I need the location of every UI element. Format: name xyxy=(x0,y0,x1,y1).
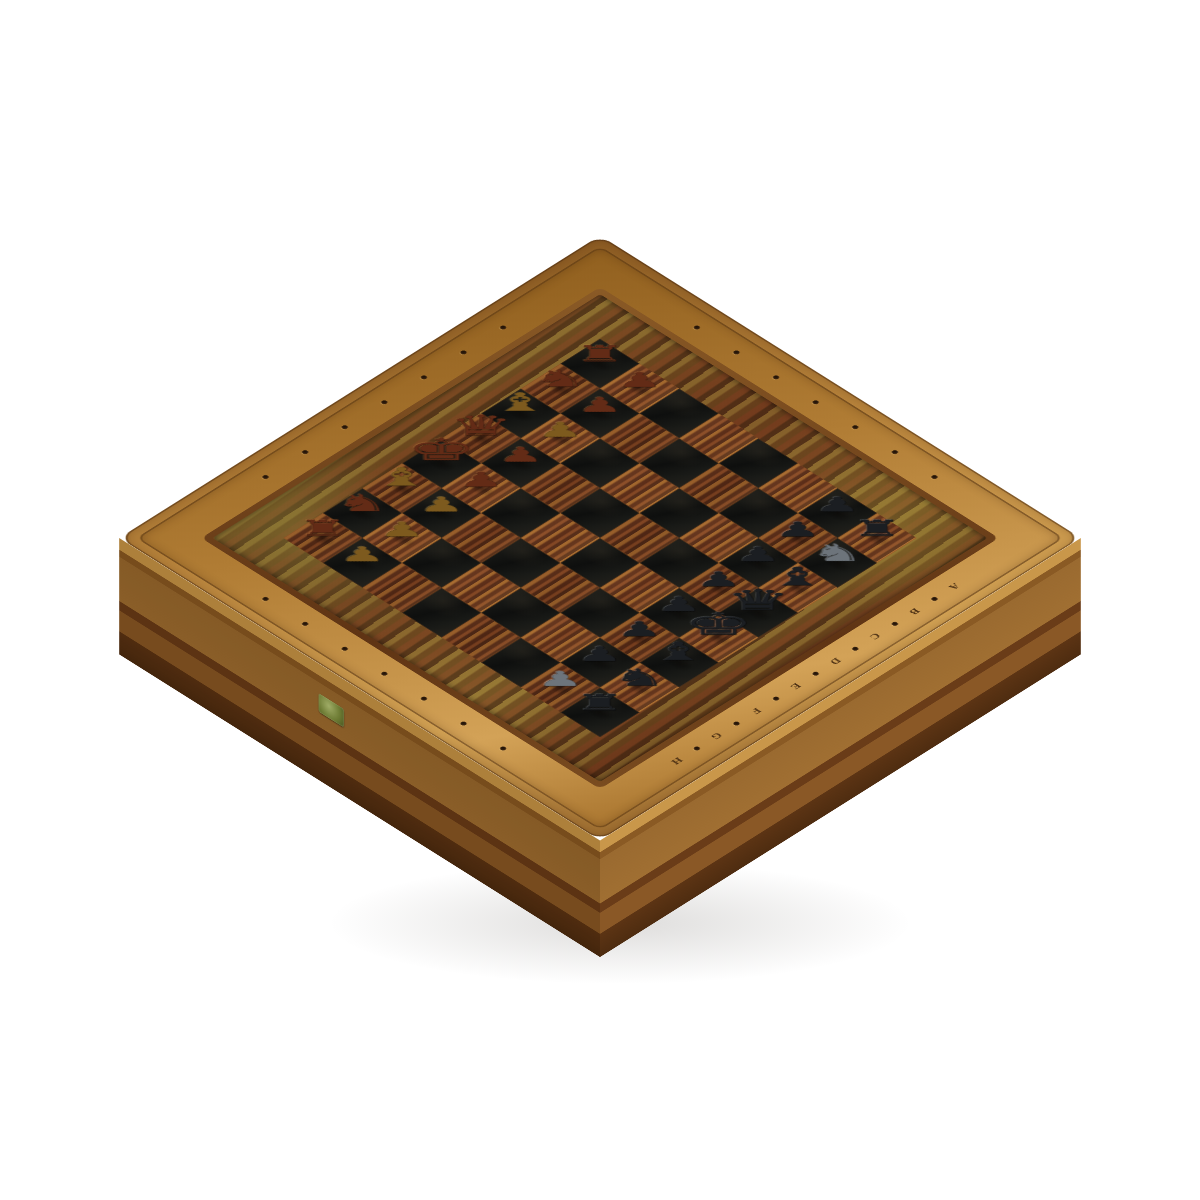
photo-background: ABCDEFGH ♜♞♟♝♟♛♟♚♟♝♟♞♟♟♜♟♟♜♟♟♞♟♝♟♛♟♚♟♝♟♞… xyxy=(0,0,1200,1200)
board-square-e7 xyxy=(640,588,719,638)
peg-hole xyxy=(693,746,701,751)
peg-hole xyxy=(420,696,428,701)
peg-hole xyxy=(261,596,269,601)
board-square-d7 xyxy=(679,563,758,613)
piece-shadow xyxy=(734,598,782,628)
board-square-e5 xyxy=(560,538,639,588)
black-bishop-glyph: ♝ xyxy=(619,639,739,664)
black-bishop-glyph: ♝ xyxy=(738,564,858,589)
black-pawn-glyph: ♟ xyxy=(500,669,620,690)
board-square-e8 xyxy=(679,613,758,663)
board-square-f6 xyxy=(560,588,639,638)
piece-shadow xyxy=(616,623,664,653)
piece-shadow xyxy=(576,697,624,727)
piece-shadow xyxy=(576,647,624,677)
board-square-g7 xyxy=(560,638,639,688)
file-label-f: F xyxy=(745,704,768,718)
file-label-d: D xyxy=(824,654,847,668)
peg-hole xyxy=(930,596,938,601)
peg-hole xyxy=(459,721,467,726)
piece-shadow xyxy=(695,573,743,603)
piece-shadow xyxy=(536,672,584,702)
board-square-g5 xyxy=(481,588,560,638)
white-pawn-glyph: ♟ xyxy=(382,494,502,515)
peg-hole xyxy=(891,621,899,626)
board-square-f4 xyxy=(481,538,560,588)
piece-shadow xyxy=(695,623,743,653)
peg-hole xyxy=(851,646,859,651)
black-queen-glyph: ♛ xyxy=(698,586,818,615)
peg-hole xyxy=(301,621,309,626)
piece-shadow xyxy=(655,598,703,628)
board-square-e6 xyxy=(600,563,679,613)
black-pawn-glyph: ♟ xyxy=(659,569,779,590)
white-pawn-glyph: ♟ xyxy=(342,519,462,540)
file-label-e: E xyxy=(785,679,808,693)
board-square-d8 xyxy=(719,588,798,638)
chess-box: ABCDEFGH ♜♞♟♝♟♛♟♚♟♝♟♞♟♟♜♟♟♜♟♟♞♟♝♟♛♟♚♟♝♟♞… xyxy=(119,235,1081,840)
board-square-h5 xyxy=(442,613,521,663)
board-square-h4 xyxy=(402,588,481,638)
peg-hole xyxy=(732,721,740,726)
peg-hole xyxy=(340,646,348,651)
black-king-glyph: ♚ xyxy=(659,608,779,639)
board-square-f7 xyxy=(600,613,679,663)
black-knight-glyph: ♞ xyxy=(778,541,898,565)
white-pawn-glyph: ♟ xyxy=(461,444,581,465)
file-label-g: G xyxy=(705,729,728,743)
black-pawn-glyph: ♟ xyxy=(540,644,660,665)
file-label-b: B xyxy=(903,604,926,618)
white-pawn-glyph: ♟ xyxy=(302,544,422,565)
black-pawn-glyph: ♟ xyxy=(580,619,700,640)
board-square-g8 xyxy=(600,663,679,713)
board-square-h7 xyxy=(521,663,600,713)
piece-shadow xyxy=(774,573,822,603)
black-rook-glyph: ♜ xyxy=(817,517,937,539)
file-label-a: A xyxy=(943,579,966,593)
file-label-h: H xyxy=(666,754,689,768)
brass-emblem xyxy=(319,693,344,728)
peg-hole xyxy=(772,696,780,701)
peg-hole xyxy=(499,746,507,751)
board-square-h3 xyxy=(362,563,441,613)
white-pawn-glyph: ♟ xyxy=(500,419,620,440)
white-pawn-glyph: ♟ xyxy=(580,369,700,390)
board-square-c8 xyxy=(758,563,837,613)
board-square-f8 xyxy=(640,638,719,688)
black-knight-glyph: ♞ xyxy=(580,665,700,689)
white-pawn-glyph: ♟ xyxy=(421,469,541,490)
board-square-f5 xyxy=(521,563,600,613)
black-pawn-glyph: ♟ xyxy=(778,494,898,515)
black-pawn-glyph: ♟ xyxy=(619,594,739,615)
white-rook-glyph: ♜ xyxy=(540,343,660,365)
board-square-g6 xyxy=(521,613,600,663)
peg-hole xyxy=(380,671,388,676)
peg-hole xyxy=(811,671,819,676)
file-label-c: C xyxy=(864,629,887,643)
black-rook-glyph: ♜ xyxy=(540,692,660,714)
piece-shadow xyxy=(655,647,703,677)
piece-shadow xyxy=(616,672,664,702)
board-top: ABCDEFGH ♜♞♟♝♟♛♟♚♟♝♟♞♟♟♜♟♟♜♟♟♞♟♝♟♛♟♚♟♝♟♞… xyxy=(119,235,1081,840)
board-square-h6 xyxy=(481,638,560,688)
board-square-h8 xyxy=(560,688,639,738)
white-pawn-glyph: ♟ xyxy=(540,394,660,415)
board-square-g4 xyxy=(442,563,521,613)
